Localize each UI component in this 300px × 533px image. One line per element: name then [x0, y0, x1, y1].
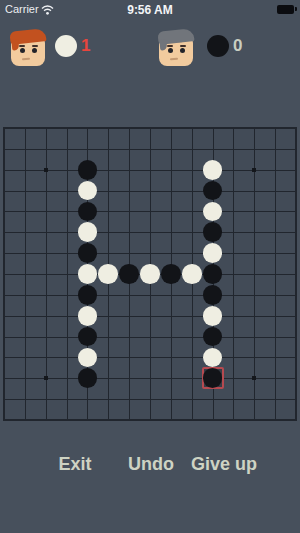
app-screen: Carrier 9:56 AM 1	[0, 0, 300, 533]
grid-line	[3, 419, 297, 421]
star-point	[44, 168, 48, 172]
grid-line	[275, 127, 276, 421]
stone-black	[203, 285, 223, 305]
stone-white	[98, 264, 118, 284]
stone-black	[203, 181, 223, 201]
stone-white	[203, 202, 223, 222]
stone-black	[78, 160, 98, 180]
grid-line	[295, 127, 297, 421]
stone-white	[78, 181, 98, 201]
black-score: 0	[233, 36, 242, 56]
star-point	[44, 376, 48, 380]
status-bar: Carrier 9:56 AM	[0, 0, 300, 20]
stone-black	[78, 327, 98, 347]
stone-black	[78, 243, 98, 263]
battery-icon	[277, 5, 294, 14]
undo-button[interactable]: Undo	[124, 452, 178, 477]
white-stone-indicator	[55, 35, 77, 57]
stone-black	[203, 264, 223, 284]
stone-white	[182, 264, 202, 284]
stone-black	[161, 264, 181, 284]
exit-button[interactable]: Exit	[54, 452, 95, 477]
stone-white	[140, 264, 160, 284]
black-stone-indicator	[207, 35, 229, 57]
stone-white	[203, 243, 223, 263]
grid-line	[3, 399, 297, 400]
star-point	[252, 168, 256, 172]
stone-white	[203, 348, 223, 368]
board[interactable]	[4, 128, 296, 420]
stone-black	[78, 202, 98, 222]
star-point	[252, 376, 256, 380]
stone-black	[119, 264, 139, 284]
stone-white	[78, 222, 98, 242]
stone-black	[78, 285, 98, 305]
stone-black	[203, 327, 223, 347]
player-white-avatar	[9, 29, 47, 67]
white-score: 1	[81, 36, 90, 56]
stone-black	[203, 222, 223, 242]
stone-white	[78, 348, 98, 368]
stone-white	[203, 306, 223, 326]
player-black-avatar	[157, 29, 195, 67]
give-up-button[interactable]: Give up	[187, 452, 261, 477]
clock: 9:56 AM	[0, 3, 300, 17]
stone-black	[78, 368, 98, 388]
stone-white	[203, 160, 223, 180]
stone-white	[78, 306, 98, 326]
stone-white	[78, 264, 98, 284]
